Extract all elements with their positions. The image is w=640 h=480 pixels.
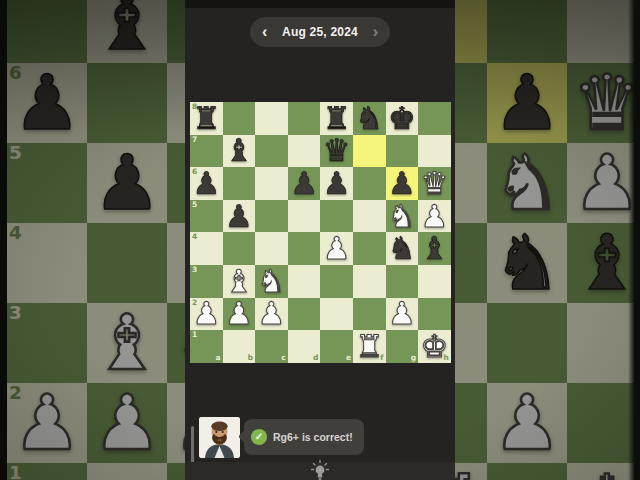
square-g2: ♟ (487, 383, 567, 463)
square-h2[interactable] (418, 298, 451, 331)
piece-white-king: ♚ (421, 331, 449, 362)
piece-white-bishop: ♝ (93, 305, 161, 381)
coord-rank-4: 4 (192, 233, 197, 241)
square-h6[interactable]: ♛ (418, 167, 451, 200)
coord-rank-7: 7 (9, 0, 22, 2)
square-h5[interactable]: ♟ (418, 200, 451, 233)
square-d1[interactable]: d (288, 330, 321, 363)
coord-rank-4: 4 (9, 224, 22, 242)
square-e7[interactable]: ♛ (320, 135, 353, 168)
check-icon: ✓ (255, 432, 263, 442)
square-e3[interactable] (320, 265, 353, 298)
square-g5: ♞ (487, 143, 567, 223)
piece-white-queen: ♛ (421, 168, 449, 199)
piece-black-rook: ♜ (192, 103, 220, 134)
square-g6: ♟ (487, 63, 567, 143)
piece-black-pawn: ♟ (13, 65, 81, 141)
square-b4[interactable] (223, 232, 256, 265)
piece-black-pawn: ♟ (290, 168, 318, 199)
square-e4[interactable]: ♟ (320, 232, 353, 265)
square-e5[interactable] (320, 200, 353, 233)
piece-black-knight: ♞ (388, 233, 416, 264)
coord-rank-7: 7 (192, 136, 197, 144)
piece-black-pawn: ♟ (192, 168, 220, 199)
square-g8[interactable]: ♚ (386, 102, 419, 135)
square-h1[interactable]: h♚ (418, 330, 451, 363)
square-b1[interactable]: b (223, 330, 256, 363)
square-a2[interactable]: 2♟ (190, 298, 223, 331)
square-g3[interactable] (386, 265, 419, 298)
piece-white-pawn: ♟ (225, 298, 253, 329)
square-g7 (487, 0, 567, 63)
piece-white-pawn: ♟ (93, 385, 161, 461)
piece-black-queen: ♛ (323, 135, 351, 166)
chevron-right-icon[interactable]: › (373, 17, 378, 47)
square-f2[interactable] (353, 298, 386, 331)
square-a8[interactable]: 8♜ (190, 102, 223, 135)
piece-black-pawn: ♟ (93, 145, 161, 221)
square-e1[interactable]: e (320, 330, 353, 363)
piece-white-pawn: ♟ (258, 298, 286, 329)
square-b2: ♟ (87, 383, 167, 463)
piece-black-bishop: ♝ (421, 233, 449, 264)
square-c5[interactable] (255, 200, 288, 233)
coord-rank-5: 5 (192, 201, 197, 209)
piece-white-pawn: ♟ (388, 298, 416, 329)
piece-black-bishop: ♝ (225, 135, 253, 166)
piece-black-knight: ♞ (493, 225, 561, 301)
square-g4[interactable]: ♞ (386, 232, 419, 265)
square-f1[interactable]: f♜ (353, 330, 386, 363)
square-a3[interactable]: 3 (190, 265, 223, 298)
square-b5: ♟ (87, 143, 167, 223)
square-g1[interactable]: g (386, 330, 419, 363)
square-g6[interactable]: ♟ (386, 167, 419, 200)
square-e8[interactable]: ♜ (320, 102, 353, 135)
toast-message: Rg6+ is correct! (273, 431, 353, 443)
square-g4: ♞ (487, 223, 567, 303)
square-b3: ♝ (87, 303, 167, 383)
square-c3[interactable]: ♞ (255, 265, 288, 298)
coord-file-e: e (346, 354, 351, 362)
square-h7[interactable] (418, 135, 451, 168)
square-b2[interactable]: ♟ (223, 298, 256, 331)
square-b7[interactable]: ♝ (223, 135, 256, 168)
piece-black-pawn: ♟ (323, 168, 351, 199)
square-b7: ♝ (87, 0, 167, 63)
hint-button[interactable] (309, 459, 331, 480)
avatar-image (199, 417, 240, 458)
square-f6[interactable] (353, 167, 386, 200)
square-a2: 2♟ (7, 383, 87, 463)
piece-black-rook: ♜ (323, 103, 351, 134)
date-nav: ‹ Aug 25, 2024 › (250, 17, 390, 47)
square-d6[interactable]: ♟ (288, 167, 321, 200)
square-g2[interactable]: ♟ (386, 298, 419, 331)
square-g7[interactable] (386, 135, 419, 168)
square-a4: 4 (7, 223, 87, 303)
coord-file-g: g (411, 354, 416, 362)
square-a5: 5 (7, 143, 87, 223)
square-a7[interactable]: 7 (190, 135, 223, 168)
piece-white-pawn: ♟ (421, 201, 449, 232)
square-d4[interactable] (288, 232, 321, 265)
square-h3[interactable] (418, 265, 451, 298)
coord-file-c: c (281, 354, 285, 362)
piece-black-king: ♚ (388, 103, 416, 134)
page: { "game": "chess", "app": { "date_nav": … (0, 0, 640, 480)
square-a6[interactable]: 6♟ (190, 167, 223, 200)
piece-black-pawn: ♟ (493, 65, 561, 141)
piece-white-pawn: ♟ (323, 233, 351, 264)
piece-white-pawn: ♟ (13, 385, 81, 461)
square-f3[interactable] (353, 265, 386, 298)
coord-rank-3: 3 (9, 304, 22, 322)
square-a6: 6♟ (7, 63, 87, 143)
square-b1: b (87, 463, 167, 480)
square-c1[interactable]: c (255, 330, 288, 363)
square-a7: 7 (7, 0, 87, 63)
square-d8[interactable] (288, 102, 321, 135)
piece-white-knight: ♞ (258, 266, 286, 297)
square-b3[interactable]: ♝ (223, 265, 256, 298)
lightbulb-icon (309, 459, 331, 480)
square-d5[interactable] (288, 200, 321, 233)
square-b6 (87, 63, 167, 143)
square-f8[interactable]: ♞ (353, 102, 386, 135)
piece-white-knight: ♞ (493, 145, 561, 221)
square-c8[interactable] (255, 102, 288, 135)
piece-black-pawn: ♟ (225, 201, 253, 232)
chevron-left-icon[interactable]: ‹ (262, 17, 267, 47)
right-edge-shadow (628, 0, 640, 480)
piece-white-rook: ♜ (355, 331, 383, 362)
toast-tail (238, 430, 251, 443)
square-a5[interactable]: 5 (190, 200, 223, 233)
coord-rank-1: 1 (192, 331, 197, 339)
square-d7[interactable] (288, 135, 321, 168)
square-c7[interactable] (255, 135, 288, 168)
coach-avatar (199, 417, 240, 458)
square-g5[interactable]: ♞ (386, 200, 419, 233)
piece-black-pawn: ♟ (388, 168, 416, 199)
toast-bubble: ✓ Rg6+ is correct! (244, 419, 364, 455)
square-d2[interactable] (288, 298, 321, 331)
square-e6[interactable]: ♟ (320, 167, 353, 200)
square-b6[interactable] (223, 167, 256, 200)
check-badge: ✓ (251, 429, 267, 445)
coord-rank-1: 1 (9, 464, 22, 480)
square-c4[interactable] (255, 232, 288, 265)
piece-white-knight: ♞ (388, 201, 416, 232)
square-h4[interactable]: ♝ (418, 232, 451, 265)
square-b5[interactable]: ♟ (223, 200, 256, 233)
square-c6[interactable] (255, 167, 288, 200)
square-b4 (87, 223, 167, 303)
square-a4[interactable]: 4 (190, 232, 223, 265)
piece-black-bishop: ♝ (93, 0, 161, 61)
piece-black-knight: ♞ (355, 103, 383, 134)
piece-white-bishop: ♝ (225, 266, 253, 297)
status-bar-strip (185, 0, 455, 8)
coord-file-b: b (248, 354, 253, 362)
square-f4[interactable] (353, 232, 386, 265)
left-edge-shadow (0, 0, 7, 480)
piece-white-pawn: ♟ (192, 298, 220, 329)
square-g1: g (487, 463, 567, 480)
square-e2[interactable] (320, 298, 353, 331)
square-a3: 3 (7, 303, 87, 383)
puzzle-board[interactable]: 8♜♜♞♚7♝♛6♟♟♟♟♛5♟♞♟4♟♞♝3♝♞2♟♟♟♟1abcdef♜gh… (190, 102, 451, 363)
square-f7[interactable] (353, 135, 386, 168)
square-a1[interactable]: 1a (190, 330, 223, 363)
date-label: Aug 25, 2024 (282, 25, 358, 39)
square-h8[interactable] (418, 102, 451, 135)
coord-file-d: d (313, 354, 318, 362)
phone-screen: ‹ Aug 25, 2024 › 8♜♜♞♚7♝♛6♟♟♟♟♛5♟♞♟4♟♞♝3… (185, 0, 455, 480)
square-f5[interactable] (353, 200, 386, 233)
square-b8[interactable] (223, 102, 256, 135)
square-c2[interactable]: ♟ (255, 298, 288, 331)
piece-white-pawn: ♟ (493, 385, 561, 461)
coord-rank-5: 5 (9, 144, 22, 162)
coord-rank-3: 3 (192, 266, 197, 274)
square-d3[interactable] (288, 265, 321, 298)
square-g3 (487, 303, 567, 383)
square-a1: 1a (7, 463, 87, 480)
coord-file-a: a (216, 354, 221, 362)
